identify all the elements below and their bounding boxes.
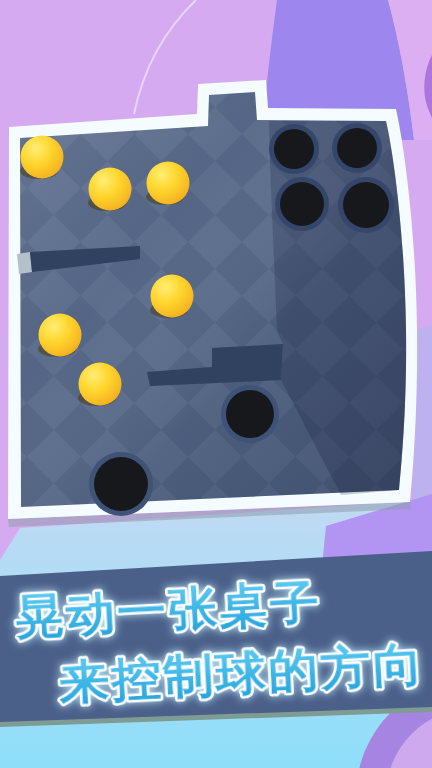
- yellow-ball[interactable]: [151, 275, 194, 318]
- yellow-ball[interactable]: [21, 136, 64, 179]
- hole: [337, 128, 377, 168]
- yellow-ball[interactable]: [39, 314, 82, 357]
- yellow-ball[interactable]: [79, 363, 122, 406]
- yellow-ball[interactable]: [89, 168, 132, 211]
- hole: [280, 182, 324, 226]
- game-scene: 晃动一张桌子 来控制球的方向: [0, 0, 432, 768]
- yellow-ball[interactable]: [147, 162, 190, 205]
- hole: [226, 390, 274, 438]
- hole: [274, 129, 314, 169]
- left-ledge-wall-cap: [17, 252, 32, 274]
- hole: [94, 457, 148, 511]
- hole: [343, 182, 389, 228]
- game-screen[interactable]: 晃动一张桌子 来控制球的方向: [0, 0, 432, 768]
